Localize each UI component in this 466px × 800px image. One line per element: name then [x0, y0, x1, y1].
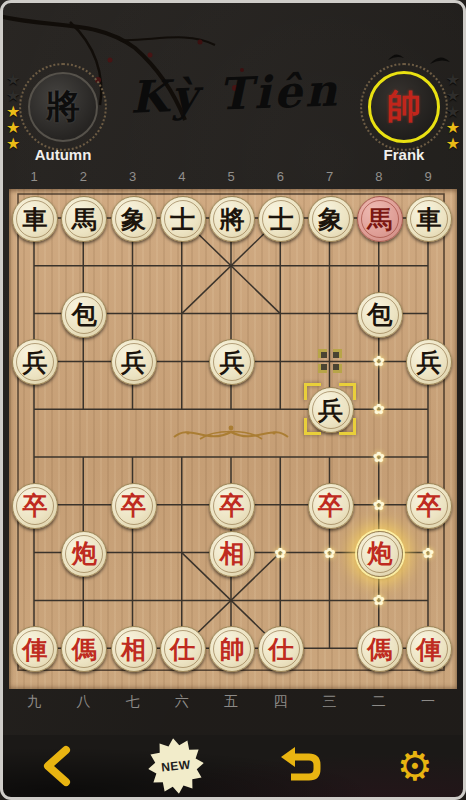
red-avatar-general-glyph: 帥 [368, 71, 440, 143]
piece-red-炮[interactable]: 炮 [357, 531, 403, 577]
undo-arrow-icon [279, 745, 323, 787]
piece-black-士[interactable]: 士 [160, 196, 206, 242]
piece-red-帥[interactable]: 帥 [209, 626, 255, 672]
piece-black-兵[interactable]: 兵 [111, 339, 157, 385]
star-empty-icon: ★ [446, 88, 460, 104]
bottom-toolbar: NEW ⚙ [3, 735, 463, 797]
piece-red-卒[interactable]: 卒 [12, 483, 58, 529]
file-number-bottom: 八 [76, 693, 90, 711]
piece-black-士[interactable]: 士 [258, 196, 304, 242]
back-button[interactable] [33, 740, 85, 792]
file-number-bottom: 三 [323, 693, 337, 711]
move-hint-flower[interactable]: ✿ [373, 353, 385, 369]
file-number-bottom: 九 [27, 693, 41, 711]
file-number-top: 4 [178, 169, 185, 184]
move-hint-flower[interactable]: ✿ [422, 545, 434, 561]
move-hint-flower[interactable]: ✿ [274, 545, 286, 561]
file-number-top: 5 [227, 169, 234, 184]
new-game-starburst-badge: NEW [145, 735, 207, 797]
file-number-top: 9 [424, 169, 431, 184]
piece-black-包[interactable]: 包 [357, 292, 403, 338]
file-number-top: 1 [30, 169, 37, 184]
star-empty-icon: ★ [6, 88, 20, 104]
red-player-name: Frank [384, 146, 425, 163]
file-number-bottom: 一 [421, 693, 435, 711]
piece-black-馬[interactable]: 馬 [61, 196, 107, 242]
black-player-avatar[interactable]: 將 [19, 63, 107, 151]
black-player-star-rating: ★★★★★ [6, 72, 20, 152]
red-player-star-rating: ★★★★★ [446, 72, 460, 152]
file-number-top: 6 [277, 169, 284, 184]
file-number-top: 3 [129, 169, 136, 184]
red-player-avatar[interactable]: 帥 [360, 63, 448, 151]
last-move-origin-crosshair [318, 349, 342, 373]
piece-black-馬[interactable]: 馬 [357, 196, 403, 242]
piece-black-將[interactable]: 將 [209, 196, 255, 242]
file-number-top: 7 [326, 169, 333, 184]
piece-black-兵[interactable]: 兵 [308, 387, 354, 433]
undo-button[interactable] [275, 740, 327, 792]
piece-black-象[interactable]: 象 [111, 196, 157, 242]
settings-button[interactable]: ⚙ [389, 740, 441, 792]
file-number-bottom: 七 [126, 693, 140, 711]
xiangqi-app-screen: 將 帥 ★★★★★ ★★★★★ Autumn Frank Kỳ Tiên 123… [0, 0, 466, 800]
new-game-label: NEW [161, 757, 192, 774]
piece-black-包[interactable]: 包 [61, 292, 107, 338]
piece-red-炮[interactable]: 炮 [61, 531, 107, 577]
piece-red-相[interactable]: 相 [209, 531, 255, 577]
move-hint-flower[interactable]: ✿ [373, 401, 385, 417]
black-player-name: Autumn [35, 146, 92, 163]
app-title-calligraphy: Kỳ Tiên [129, 64, 340, 122]
piece-red-相[interactable]: 相 [111, 626, 157, 672]
piece-red-卒[interactable]: 卒 [406, 483, 452, 529]
star-filled-icon: ★ [446, 136, 460, 152]
file-number-bottom: 四 [273, 693, 287, 711]
river-ornament-decor [166, 419, 296, 447]
piece-black-車[interactable]: 車 [406, 196, 452, 242]
piece-black-象[interactable]: 象 [308, 196, 354, 242]
file-number-bottom: 二 [372, 693, 386, 711]
star-filled-icon: ★ [6, 120, 20, 136]
back-chevron-icon [39, 744, 79, 788]
xiangqi-board[interactable]: 車馬象士將士象馬車包包兵兵兵兵兵卒卒卒卒卒炮相炮俥傌相仕帥仕傌俥✿✿✿✿✿✿✿✿ [9, 189, 457, 689]
move-hint-flower[interactable]: ✿ [324, 545, 336, 561]
settings-gear-icon: ⚙ [397, 746, 433, 786]
piece-red-仕[interactable]: 仕 [160, 626, 206, 672]
file-number-top: 2 [80, 169, 87, 184]
star-empty-icon: ★ [6, 72, 20, 88]
piece-red-俥[interactable]: 俥 [12, 626, 58, 672]
file-number-top: 8 [375, 169, 382, 184]
star-filled-icon: ★ [446, 120, 460, 136]
black-avatar-general-glyph: 將 [28, 72, 98, 142]
piece-red-卒[interactable]: 卒 [209, 483, 255, 529]
new-game-button[interactable]: NEW [147, 737, 205, 795]
file-number-bottom: 六 [175, 693, 189, 711]
star-empty-icon: ★ [446, 72, 460, 88]
file-number-bottom: 五 [224, 693, 238, 711]
star-filled-icon: ★ [6, 136, 20, 152]
star-filled-icon: ★ [6, 104, 20, 120]
piece-red-卒[interactable]: 卒 [308, 483, 354, 529]
star-empty-icon: ★ [446, 104, 460, 120]
piece-red-傌[interactable]: 傌 [357, 626, 403, 672]
move-hint-flower[interactable]: ✿ [373, 497, 385, 513]
move-hint-flower[interactable]: ✿ [373, 449, 385, 465]
piece-red-卒[interactable]: 卒 [111, 483, 157, 529]
move-hint-flower[interactable]: ✿ [373, 592, 385, 608]
piece-black-車[interactable]: 車 [12, 196, 58, 242]
piece-red-俥[interactable]: 俥 [406, 626, 452, 672]
